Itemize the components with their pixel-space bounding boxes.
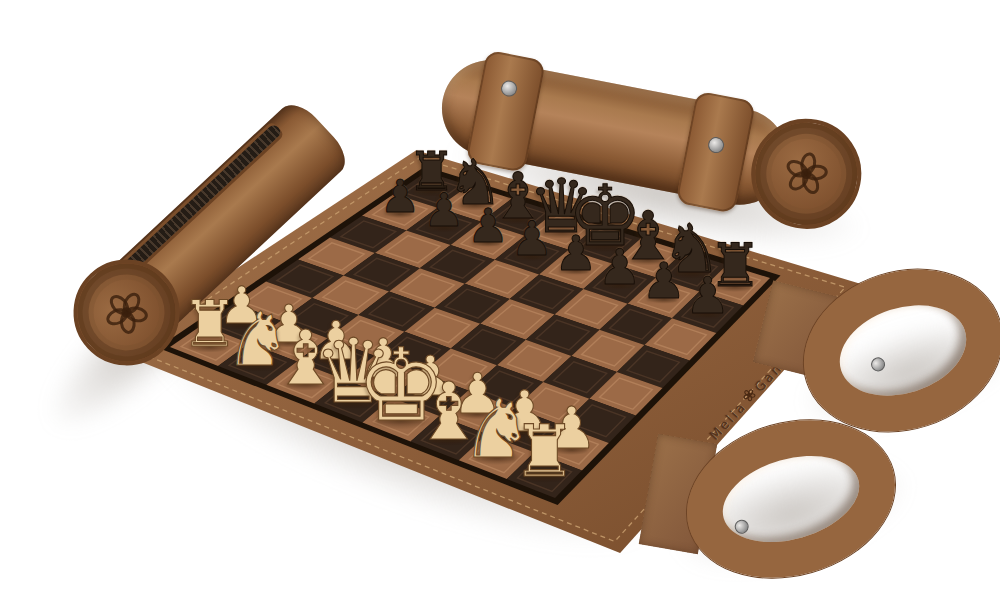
piece-black-pawn-a7: ♟ bbox=[380, 177, 421, 218]
tube-strap-right bbox=[675, 90, 756, 213]
piece-black-pawn-b7: ♟ bbox=[423, 191, 464, 232]
piece-black-pawn-g7: ♟ bbox=[641, 259, 686, 304]
product-photo-scene: Melia Games ♜♞♝♛♚♝♞♜♟♟♟♟♟♟♟♟♟♟♟♟♟♟♟♟♜♞♝♛… bbox=[0, 0, 1000, 600]
snap-button-icon bbox=[707, 136, 726, 155]
piece-black-pawn-h7: ♟ bbox=[685, 273, 730, 319]
snap-button-icon bbox=[733, 518, 750, 535]
piece-black-pawn-f7: ♟ bbox=[598, 245, 642, 289]
snap-button-icon bbox=[869, 356, 887, 374]
piece-black-pawn-d7: ♟ bbox=[511, 218, 554, 261]
snap-button-icon bbox=[500, 79, 519, 98]
piece-black-pawn-c7: ♟ bbox=[467, 204, 509, 246]
piece-black-pawn-e7: ♟ bbox=[554, 232, 597, 276]
piece-white-rook-h1: ♜ bbox=[512, 419, 576, 484]
